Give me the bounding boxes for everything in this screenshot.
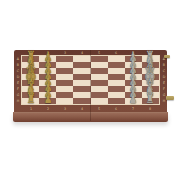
rank-label: 2: [47, 107, 49, 110]
file-label: F: [17, 87, 19, 90]
file-label: E: [162, 81, 164, 84]
file-label: G: [16, 93, 19, 96]
piece-black-rook: ♜: [146, 91, 155, 105]
file-label: H: [16, 99, 18, 102]
brass-latch-icon: [164, 55, 170, 58]
chess-set-photo: 1122334455667788AABBCCDDEEFFGGHH♜♞♝♛♚♝♞♜…: [0, 0, 180, 180]
file-label: D: [162, 75, 165, 78]
rank-label: 3: [64, 51, 66, 54]
piece-white-pawn: ♟: [44, 92, 52, 105]
piece-white-rook: ♜: [26, 91, 35, 105]
file-label: B: [162, 63, 164, 66]
file-label: H: [162, 99, 164, 102]
rank-label: 5: [98, 107, 100, 110]
square-h4: [73, 98, 90, 104]
file-label: F: [163, 87, 165, 90]
file-label: C: [162, 69, 164, 72]
file-label: B: [16, 63, 18, 66]
rank-label: 3: [64, 107, 66, 110]
rank-label: 6: [115, 107, 117, 110]
square-h5: [91, 98, 108, 104]
rank-label: 7: [132, 107, 134, 110]
rank-label: 4: [81, 107, 83, 110]
board-fold-seam: [90, 50, 91, 121]
brass-latch-icon: [166, 96, 174, 100]
file-label: A: [16, 57, 18, 60]
piece-black-pawn: ♟: [129, 92, 137, 105]
rank-label: 6: [115, 51, 117, 54]
file-label: G: [162, 93, 165, 96]
rank-label: 1: [30, 107, 32, 110]
rank-label: 5: [98, 51, 100, 54]
file-label: E: [16, 81, 18, 84]
square-h6: [108, 98, 125, 104]
file-label: C: [16, 69, 18, 72]
rank-label: 4: [81, 51, 83, 54]
file-label: D: [16, 75, 19, 78]
square-h3: [56, 98, 73, 104]
